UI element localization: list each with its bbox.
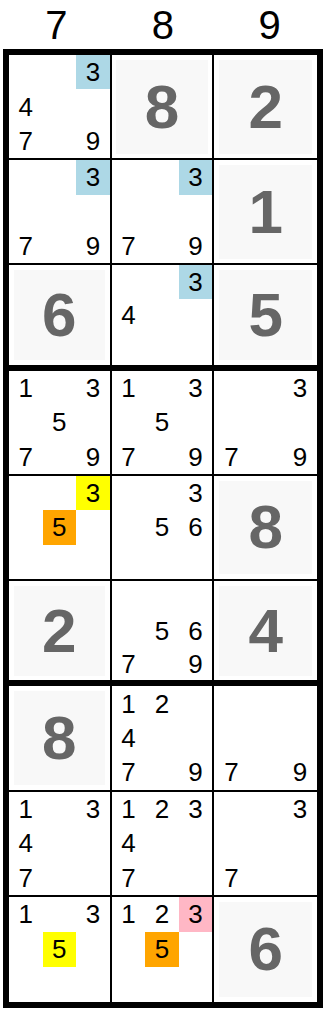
solved-digit: 8	[145, 76, 179, 138]
candidate-empty	[43, 124, 77, 158]
column-label-7: 7	[3, 0, 110, 49]
candidate-grid: 34	[112, 265, 213, 364]
candidate-empty	[145, 647, 179, 680]
candidate-empty	[145, 332, 179, 365]
candidate-empty	[9, 195, 43, 229]
candidate-7: 7	[9, 439, 43, 473]
candidate-empty	[76, 932, 110, 967]
candidate-empty	[249, 439, 283, 473]
cell-r3c9[interactable]: 5	[214, 265, 317, 370]
candidate-empty	[43, 545, 77, 579]
candidate-empty	[112, 510, 146, 544]
candidate-empty	[179, 332, 213, 365]
cell-r8c9[interactable]: 37	[214, 792, 317, 897]
candidate-grid: 1347	[9, 792, 110, 895]
cell-r2c8[interactable]: 379	[112, 160, 215, 265]
candidate-empty	[112, 405, 146, 439]
candidate-4: 4	[112, 721, 146, 755]
candidate-9: 9	[179, 439, 213, 473]
candidate-empty	[283, 826, 317, 860]
candidate-3-highlight-blue: 3	[76, 55, 110, 89]
candidate-empty	[112, 545, 146, 579]
candidate-3: 3	[283, 792, 317, 826]
candidate-1: 1	[112, 897, 146, 932]
candidate-empty	[145, 581, 179, 614]
candidate-empty	[145, 545, 179, 579]
candidate-7: 7	[112, 229, 146, 263]
candidate-3: 3	[76, 897, 110, 932]
candidate-empty	[179, 932, 213, 967]
candidate-empty	[214, 686, 248, 720]
candidate-1: 1	[112, 792, 146, 826]
solved-cell-bg: 6	[14, 270, 106, 360]
candidate-9: 9	[179, 647, 213, 680]
candidate-7: 7	[112, 755, 146, 789]
candidate-empty	[283, 721, 317, 755]
candidate-9: 9	[283, 439, 317, 473]
candidate-7: 7	[214, 755, 248, 789]
candidate-empty	[145, 967, 179, 1002]
candidate-empty	[214, 826, 248, 860]
candidate-empty	[249, 371, 283, 405]
candidate-empty	[112, 160, 146, 194]
candidate-4: 4	[9, 826, 43, 860]
candidate-1: 1	[112, 686, 146, 720]
cell-r6c9[interactable]: 4	[214, 581, 317, 686]
candidate-2: 2	[145, 686, 179, 720]
candidate-3-highlight-blue: 3	[76, 160, 110, 194]
cell-r5c9[interactable]: 8	[214, 476, 317, 581]
candidate-9: 9	[76, 124, 110, 158]
candidate-empty	[214, 721, 248, 755]
candidate-3: 3	[76, 792, 110, 826]
candidate-empty	[43, 195, 77, 229]
solved-cell-bg: 2	[14, 586, 106, 676]
candidate-5: 5	[145, 510, 179, 544]
candidate-empty	[43, 860, 77, 894]
candidate-empty	[179, 299, 213, 332]
candidate-empty	[179, 545, 213, 579]
cell-r5c8[interactable]: 356	[112, 476, 215, 581]
candidate-empty	[43, 89, 77, 123]
candidate-empty	[9, 932, 43, 967]
candidate-7: 7	[9, 229, 43, 263]
candidate-6: 6	[179, 510, 213, 544]
cell-r8c8[interactable]: 12347	[112, 792, 215, 897]
candidate-7: 7	[9, 860, 43, 894]
solved-cell-bg: 1	[219, 165, 312, 259]
candidate-empty	[145, 160, 179, 194]
candidate-empty	[112, 967, 146, 1002]
candidate-3: 3	[76, 371, 110, 405]
candidate-empty	[76, 195, 110, 229]
candidate-grid: 3479	[9, 55, 110, 158]
sudoku-board: 3479823793791634513579135793793535682567…	[3, 49, 323, 1008]
candidate-empty	[145, 195, 179, 229]
cell-r7c7[interactable]: 8	[9, 686, 112, 791]
candidate-empty	[43, 897, 77, 932]
candidate-9: 9	[179, 755, 213, 789]
column-header-row: 7 8 9	[3, 0, 323, 49]
candidate-2: 2	[145, 897, 179, 932]
cell-r2c9[interactable]: 1	[214, 160, 317, 265]
candidate-empty	[283, 860, 317, 894]
candidate-grid: 12347	[112, 792, 213, 895]
candidate-empty	[179, 686, 213, 720]
candidate-empty	[145, 476, 179, 510]
candidate-empty	[145, 860, 179, 894]
candidate-empty	[145, 371, 179, 405]
candidate-grid: 379	[112, 160, 213, 263]
solved-digit: 2	[248, 76, 282, 138]
cell-r4c9[interactable]: 379	[214, 371, 317, 476]
candidate-empty	[249, 792, 283, 826]
candidate-9: 9	[76, 229, 110, 263]
candidate-4: 4	[9, 89, 43, 123]
candidate-empty	[283, 405, 317, 439]
solved-cell-bg: 5	[219, 270, 312, 360]
cell-r8c7[interactable]: 1347	[9, 792, 112, 897]
solved-cell-bg: 4	[219, 586, 312, 676]
candidate-empty	[214, 792, 248, 826]
cell-r1c9[interactable]: 2	[214, 55, 317, 160]
candidate-grid: 5679	[112, 581, 213, 680]
candidate-empty	[179, 967, 213, 1002]
candidate-empty	[76, 89, 110, 123]
candidate-5: 5	[145, 405, 179, 439]
candidate-empty	[145, 299, 179, 332]
candidate-empty	[76, 860, 110, 894]
candidate-empty	[249, 686, 283, 720]
candidate-5-highlight-yellow: 5	[43, 932, 77, 967]
candidate-1: 1	[112, 371, 146, 405]
candidate-5-highlight-orange: 5	[43, 510, 77, 544]
candidate-grid: 13579	[112, 371, 213, 474]
candidate-empty	[145, 826, 179, 860]
candidate-empty	[214, 405, 248, 439]
candidate-empty	[43, 229, 77, 263]
candidate-empty	[76, 405, 110, 439]
cell-r7c9[interactable]: 79	[214, 686, 317, 791]
candidate-empty	[76, 510, 110, 544]
sudoku-panel: 7 8 9 3479823793791634513579135793793535…	[0, 0, 326, 1010]
candidate-4: 4	[112, 826, 146, 860]
cell-r6c8[interactable]: 5679	[112, 581, 215, 686]
candidate-9: 9	[179, 229, 213, 263]
candidate-empty	[249, 860, 283, 894]
candidate-1: 1	[9, 371, 43, 405]
candidate-grid: 12479	[112, 686, 213, 789]
solved-digit: 1	[248, 181, 282, 243]
candidate-empty	[43, 476, 77, 510]
cell-r1c7[interactable]: 3479	[9, 55, 112, 160]
candidate-empty	[145, 755, 179, 789]
candidate-grid: 356	[112, 476, 213, 579]
candidate-empty	[112, 476, 146, 510]
candidate-empty	[179, 721, 213, 755]
candidate-empty	[43, 160, 77, 194]
candidate-empty	[43, 439, 77, 473]
candidate-empty	[9, 967, 43, 1002]
cell-r3c8[interactable]: 34	[112, 265, 215, 370]
cell-r1c8[interactable]: 8	[112, 55, 215, 160]
candidate-grid: 37	[214, 792, 317, 895]
candidate-empty	[9, 160, 43, 194]
candidate-empty	[43, 371, 77, 405]
candidate-7: 7	[112, 439, 146, 473]
candidate-empty	[112, 581, 146, 614]
candidate-7: 7	[112, 860, 146, 894]
candidate-3: 3	[283, 371, 317, 405]
candidate-empty	[9, 510, 43, 544]
candidate-7: 7	[214, 439, 248, 473]
candidate-empty	[76, 826, 110, 860]
cell-r2c7[interactable]: 379	[9, 160, 112, 265]
candidate-empty	[249, 405, 283, 439]
candidate-grid: 35	[9, 476, 110, 579]
candidate-3: 3	[179, 792, 213, 826]
candidate-9: 9	[76, 439, 110, 473]
candidate-empty	[249, 826, 283, 860]
candidate-empty	[9, 545, 43, 579]
candidate-1: 1	[9, 897, 43, 932]
candidate-grid: 79	[214, 686, 317, 789]
candidate-grid: 379	[214, 371, 317, 474]
candidate-empty	[112, 195, 146, 229]
solved-cell-bg: 2	[219, 60, 312, 154]
cell-r9c9[interactable]: 6	[214, 897, 317, 1002]
candidate-6: 6	[179, 614, 213, 647]
candidate-4: 4	[112, 299, 146, 332]
candidate-empty	[112, 332, 146, 365]
candidate-empty	[43, 967, 77, 1002]
solved-digit: 8	[42, 707, 76, 769]
candidate-empty	[179, 826, 213, 860]
candidate-grid: 1235	[112, 897, 213, 1002]
candidate-empty	[112, 265, 146, 298]
candidate-empty	[9, 405, 43, 439]
candidate-5: 5	[145, 614, 179, 647]
candidate-9: 9	[283, 755, 317, 789]
candidate-empty	[43, 55, 77, 89]
candidate-empty	[76, 967, 110, 1002]
solved-digit: 5	[248, 284, 282, 346]
candidate-1: 1	[9, 792, 43, 826]
cell-r9c8[interactable]: 1235	[112, 897, 215, 1002]
candidate-empty	[179, 860, 213, 894]
candidate-empty	[249, 721, 283, 755]
candidate-7: 7	[214, 860, 248, 894]
candidate-empty	[249, 755, 283, 789]
candidate-5-highlight-orange: 5	[145, 932, 179, 967]
candidate-grid: 379	[9, 160, 110, 263]
candidate-empty	[9, 55, 43, 89]
cell-r4c7[interactable]: 13579	[9, 371, 112, 476]
candidate-empty	[179, 195, 213, 229]
cell-r9c7[interactable]: 135	[9, 897, 112, 1002]
cell-r6c7[interactable]: 2	[9, 581, 112, 686]
solved-cell-bg: 8	[219, 481, 312, 575]
candidate-empty	[179, 405, 213, 439]
candidate-empty	[179, 581, 213, 614]
candidate-empty	[76, 545, 110, 579]
candidate-3-highlight-yellow: 3	[76, 476, 110, 510]
candidate-empty	[283, 686, 317, 720]
candidate-empty	[112, 932, 146, 967]
solved-cell-bg: 8	[14, 691, 106, 785]
cell-r7c8[interactable]: 12479	[112, 686, 215, 791]
candidate-grid: 135	[9, 897, 110, 1002]
candidate-empty	[145, 229, 179, 263]
cell-r4c8[interactable]: 13579	[112, 371, 215, 476]
candidate-empty	[145, 721, 179, 755]
candidate-empty	[214, 371, 248, 405]
candidate-3-highlight-blue: 3	[179, 160, 213, 194]
candidate-5: 5	[43, 405, 77, 439]
cell-r3c7[interactable]: 6	[9, 265, 112, 370]
solved-digit: 8	[248, 496, 282, 558]
candidate-2: 2	[145, 792, 179, 826]
candidate-empty	[145, 265, 179, 298]
candidate-3: 3	[179, 476, 213, 510]
candidate-7: 7	[9, 124, 43, 158]
candidate-empty	[43, 826, 77, 860]
candidate-3: 3	[179, 371, 213, 405]
candidate-empty	[145, 439, 179, 473]
candidate-empty	[112, 614, 146, 647]
column-label-9: 9	[216, 0, 323, 49]
candidate-empty	[43, 792, 77, 826]
solved-digit: 2	[42, 600, 76, 662]
solved-digit: 4	[248, 600, 282, 662]
solved-digit: 6	[248, 918, 282, 980]
candidate-grid: 13579	[9, 371, 110, 474]
solved-cell-bg: 6	[219, 902, 312, 998]
candidate-empty	[9, 476, 43, 510]
solved-digit: 6	[42, 284, 76, 346]
column-label-8: 8	[110, 0, 217, 49]
candidate-3-highlight-blue: 3	[179, 265, 213, 298]
cell-r5c7[interactable]: 35	[9, 476, 112, 581]
solved-cell-bg: 8	[116, 60, 208, 154]
candidate-3-highlight-pink: 3	[179, 897, 213, 932]
candidate-7: 7	[112, 647, 146, 680]
